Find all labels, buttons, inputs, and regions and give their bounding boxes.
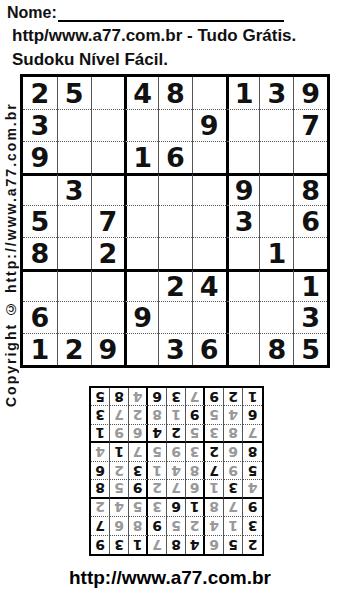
- puzzle-cell-r1c7: 1: [226, 77, 260, 109]
- solution-cell-r1c2: 5: [224, 536, 243, 554]
- puzzle-cell-r6c2: [57, 237, 91, 269]
- puzzle-cell-r8c1: 6: [23, 301, 57, 333]
- puzzle-cell-r9c2: 2: [57, 333, 91, 365]
- solution-cell-r7c7: 6: [129, 425, 148, 443]
- solution-cell-r9c5: 3: [167, 388, 186, 406]
- solution-cell-r5c4: 8: [186, 462, 205, 480]
- puzzle-cell-r3c1: 9: [23, 141, 57, 173]
- puzzle-cell-r1c8: 3: [259, 77, 293, 109]
- puzzle-cell-r7c6: 4: [192, 269, 226, 301]
- solution-cell-r3c1: 9: [243, 499, 262, 517]
- puzzle-cell-r7c7: [226, 269, 260, 301]
- puzzle-cell-r5c4: [124, 205, 158, 237]
- puzzle-cell-r2c9: 7: [293, 109, 327, 141]
- puzzle-cell-r4c9: 8: [293, 173, 327, 205]
- puzzle-cell-r4c2: 3: [57, 173, 91, 205]
- solution-cell-r6c1: 8: [243, 443, 262, 461]
- solution-cell-r5c7: 3: [129, 462, 148, 480]
- puzzle-cell-r7c5: 2: [158, 269, 192, 301]
- puzzle-cell-r6c1: 8: [23, 237, 57, 269]
- solution-cell-r2c7: 8: [129, 517, 148, 535]
- sudoku-worksheet-page: Nome: http/www.a77.com.br - Tudo Grátis.…: [0, 0, 340, 596]
- puzzle-cell-r3c4: 1: [124, 141, 158, 173]
- puzzle-cell-r6c3: 2: [91, 237, 125, 269]
- puzzle-cell-r8c9: 3: [293, 301, 327, 333]
- puzzle-cell-r2c5: [158, 109, 192, 141]
- puzzle-cell-r3c8: [259, 141, 293, 173]
- puzzle-cell-r2c1: 3: [23, 109, 57, 141]
- puzzle-cell-r5c7: 3: [226, 205, 260, 237]
- solution-cell-r4c6: 2: [148, 480, 167, 498]
- puzzle-cell-r5c1: 5: [23, 205, 57, 237]
- puzzle-cell-r6c5: [158, 237, 192, 269]
- puzzle-cell-r9c7: [226, 333, 260, 365]
- name-row: Nome:: [7, 3, 284, 22]
- puzzle-cell-r5c8: [259, 205, 293, 237]
- puzzle-cell-r1c3: [91, 77, 125, 109]
- solution-cell-r3c9: 2: [91, 499, 110, 517]
- puzzle-cell-r3c5: 6: [158, 141, 192, 173]
- puzzle-cell-r3c2: [57, 141, 91, 173]
- puzzle-cell-r4c4: [124, 173, 158, 205]
- sudoku-solution-grid-rotated: 2564871393142598679781635424316729585978…: [89, 386, 264, 556]
- puzzle-cell-r2c8: [259, 109, 293, 141]
- solution-cell-r8c4: 9: [186, 406, 205, 424]
- solution-cell-r1c6: 7: [148, 536, 167, 554]
- puzzle-cell-r6c8: 1: [259, 237, 293, 269]
- puzzle-cell-r4c8: [259, 173, 293, 205]
- puzzle-cell-r1c9: 9: [293, 77, 327, 109]
- solution-cell-r7c1: 7: [243, 425, 262, 443]
- solution-cell-r8c2: 4: [224, 406, 243, 424]
- puzzle-cell-r4c3: [91, 173, 125, 205]
- solution-cell-r5c6: 1: [148, 462, 167, 480]
- site-headline: http/www.a77.com.br - Tudo Grátis.: [12, 26, 296, 46]
- solution-cell-r3c6: 3: [148, 499, 167, 517]
- puzzle-cell-r7c8: [259, 269, 293, 301]
- puzzle-cell-r4c7: 9: [226, 173, 260, 205]
- solution-cell-r6c8: 1: [110, 443, 129, 461]
- solution-cell-r7c3: 3: [205, 425, 224, 443]
- solution-cell-r1c7: 1: [129, 536, 148, 554]
- solution-cell-r1c9: 9: [91, 536, 110, 554]
- puzzle-cell-r5c2: [57, 205, 91, 237]
- solution-cell-r9c9: 5: [91, 388, 110, 406]
- solution-cell-r6c4: 3: [186, 443, 205, 461]
- solution-cell-r8c8: 7: [110, 406, 129, 424]
- solution-cell-r9c2: 2: [224, 388, 243, 406]
- solution-cell-r3c2: 7: [224, 499, 243, 517]
- name-underline: [58, 3, 284, 22]
- puzzle-cell-r9c8: 8: [259, 333, 293, 365]
- puzzle-cell-r2c2: [57, 109, 91, 141]
- puzzle-cell-r8c2: [57, 301, 91, 333]
- puzzle-cell-r9c9: 5: [293, 333, 327, 365]
- puzzle-cell-r4c5: [158, 173, 192, 205]
- solution-cell-r9c1: 1: [243, 388, 262, 406]
- solution-cell-r4c4: 6: [186, 480, 205, 498]
- solution-cell-r7c6: 4: [148, 425, 167, 443]
- copyright-vertical-text: Copyright © http://www.a77.com.br: [2, 86, 20, 424]
- solution-cell-r4c1: 4: [243, 480, 262, 498]
- puzzle-cell-r2c4: [124, 109, 158, 141]
- solution-cell-r6c9: 4: [91, 443, 110, 461]
- sudoku-puzzle-grid: 254813939791639857368212416931293685: [20, 74, 330, 368]
- solution-cell-r5c8: 2: [110, 462, 129, 480]
- puzzle-cell-r1c6: [192, 77, 226, 109]
- puzzle-cell-r7c2: [57, 269, 91, 301]
- puzzle-cell-r5c5: [158, 205, 192, 237]
- puzzle-cell-r7c4: [124, 269, 158, 301]
- solution-cell-r3c8: 4: [110, 499, 129, 517]
- solution-cell-r3c3: 8: [205, 499, 224, 517]
- solution-cell-r8c1: 6: [243, 406, 262, 424]
- solution-cell-r6c3: 2: [205, 443, 224, 461]
- puzzle-cell-r9c1: 1: [23, 333, 57, 365]
- solution-cell-r9c7: 4: [129, 388, 148, 406]
- footer-url: http://www.a77.com.br: [0, 567, 340, 589]
- puzzle-cell-r8c8: [259, 301, 293, 333]
- solution-cell-r5c3: 7: [205, 462, 224, 480]
- puzzle-cell-r6c9: [293, 237, 327, 269]
- solution-cell-r2c3: 4: [205, 517, 224, 535]
- puzzle-cell-r7c1: [23, 269, 57, 301]
- solution-cell-r8c5: 1: [167, 406, 186, 424]
- puzzle-cell-r8c5: [158, 301, 192, 333]
- solution-cell-r2c5: 5: [167, 517, 186, 535]
- solution-cell-r5c1: 5: [243, 462, 262, 480]
- puzzle-cell-r5c3: 7: [91, 205, 125, 237]
- puzzle-cell-r9c6: 6: [192, 333, 226, 365]
- puzzle-cell-r2c7: [226, 109, 260, 141]
- solution-cell-r2c2: 1: [224, 517, 243, 535]
- solution-cell-r7c2: 8: [224, 425, 243, 443]
- solution-cell-r6c7: 7: [129, 443, 148, 461]
- solution-cell-r1c4: 4: [186, 536, 205, 554]
- solution-cell-r7c4: 5: [186, 425, 205, 443]
- solution-cell-r2c8: 6: [110, 517, 129, 535]
- solution-cell-r1c8: 3: [110, 536, 129, 554]
- solution-cell-r7c5: 2: [167, 425, 186, 443]
- puzzle-cell-r8c7: [226, 301, 260, 333]
- puzzle-cell-r8c6: [192, 301, 226, 333]
- solution-cell-r2c1: 3: [243, 517, 262, 535]
- solution-cell-r2c9: 7: [91, 517, 110, 535]
- puzzle-cell-r9c5: 3: [158, 333, 192, 365]
- puzzle-cell-r7c3: [91, 269, 125, 301]
- solution-cell-r1c5: 8: [167, 536, 186, 554]
- puzzle-cell-r1c2: 5: [57, 77, 91, 109]
- difficulty-title: Sudoku Nível Fácil.: [12, 50, 168, 70]
- solution-cell-r6c2: 6: [224, 443, 243, 461]
- puzzle-cell-r3c7: [226, 141, 260, 173]
- solution-cell-r1c3: 6: [205, 536, 224, 554]
- solution-cell-r6c5: 9: [167, 443, 186, 461]
- solution-cell-r4c9: 8: [91, 480, 110, 498]
- puzzle-cell-r1c4: 4: [124, 77, 158, 109]
- puzzle-cell-r2c3: [91, 109, 125, 141]
- puzzle-cell-r9c3: 9: [91, 333, 125, 365]
- puzzle-cell-r1c1: 2: [23, 77, 57, 109]
- solution-cell-r5c2: 9: [224, 462, 243, 480]
- puzzle-cell-r3c9: [293, 141, 327, 173]
- solution-cell-r8c6: 8: [148, 406, 167, 424]
- puzzle-cell-r4c1: [23, 173, 57, 205]
- solution-cell-r5c9: 6: [91, 462, 110, 480]
- solution-cell-r5c5: 4: [167, 462, 186, 480]
- solution-cell-r4c7: 9: [129, 480, 148, 498]
- name-label: Nome:: [7, 4, 57, 22]
- solution-cell-r3c4: 1: [186, 499, 205, 517]
- solution-cell-r8c9: 3: [91, 406, 110, 424]
- solution-cell-r3c5: 6: [167, 499, 186, 517]
- puzzle-cell-r9c4: [124, 333, 158, 365]
- solution-cell-r4c2: 3: [224, 480, 243, 498]
- puzzle-cell-r4c6: [192, 173, 226, 205]
- solution-cell-r9c8: 8: [110, 388, 129, 406]
- solution-cell-r8c3: 5: [205, 406, 224, 424]
- puzzle-cell-r2c6: 9: [192, 109, 226, 141]
- puzzle-cell-r6c7: [226, 237, 260, 269]
- puzzle-cell-r3c6: [192, 141, 226, 173]
- solution-cell-r2c4: 2: [186, 517, 205, 535]
- puzzle-cell-r8c4: 9: [124, 301, 158, 333]
- puzzle-cell-r6c6: [192, 237, 226, 269]
- puzzle-cell-r8c3: [91, 301, 125, 333]
- solution-cell-r9c4: 7: [186, 388, 205, 406]
- solution-cell-r7c9: 1: [91, 425, 110, 443]
- solution-cell-r9c3: 9: [205, 388, 224, 406]
- puzzle-cell-r6c4: [124, 237, 158, 269]
- solution-cell-r4c8: 5: [110, 480, 129, 498]
- solution-cell-r3c7: 5: [129, 499, 148, 517]
- solution-cell-r2c6: 9: [148, 517, 167, 535]
- solution-cell-r9c6: 6: [148, 388, 167, 406]
- puzzle-cell-r5c6: [192, 205, 226, 237]
- puzzle-cell-r7c9: 1: [293, 269, 327, 301]
- puzzle-cell-r3c3: [91, 141, 125, 173]
- solution-cell-r8c7: 2: [129, 406, 148, 424]
- solution-cell-r4c3: 1: [205, 480, 224, 498]
- solution-cell-r4c5: 7: [167, 480, 186, 498]
- solution-cell-r7c8: 9: [110, 425, 129, 443]
- puzzle-cell-r5c9: 6: [293, 205, 327, 237]
- puzzle-cell-r1c5: 8: [158, 77, 192, 109]
- solution-cell-r1c1: 2: [243, 536, 262, 554]
- solution-cell-r6c6: 5: [148, 443, 167, 461]
